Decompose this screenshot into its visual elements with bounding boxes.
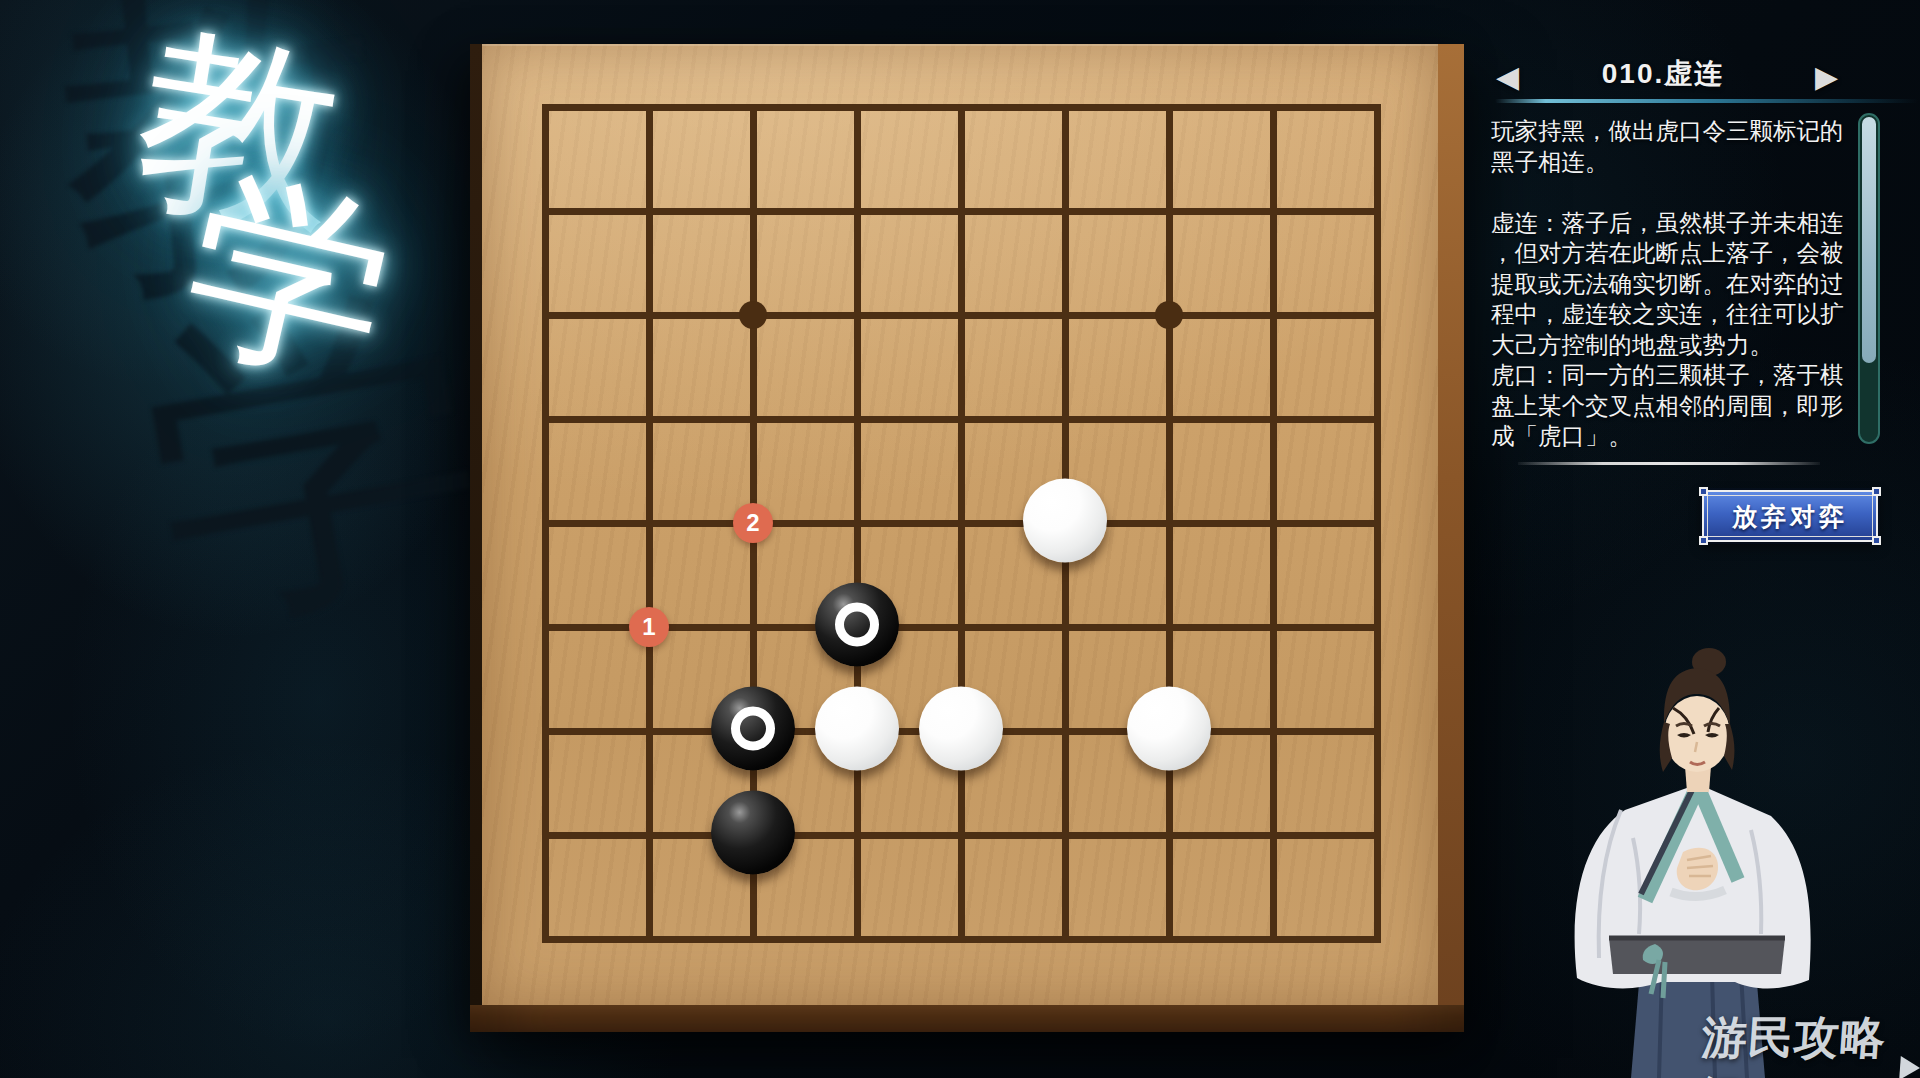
give-up-button-frame: 放弃对弈 <box>1707 495 1873 537</box>
board-square[interactable] <box>965 735 1069 839</box>
board-square[interactable] <box>1069 527 1173 631</box>
board-square[interactable] <box>1069 111 1173 215</box>
button-corner-ornament <box>1699 536 1708 545</box>
board-square[interactable] <box>1277 527 1381 631</box>
board-square[interactable] <box>1173 423 1277 527</box>
next-lesson-button[interactable]: ▶ <box>1815 62 1838 92</box>
board-square[interactable] <box>861 111 965 215</box>
board-face: 12 <box>482 44 1438 1005</box>
board-square[interactable] <box>1173 319 1277 423</box>
lesson-goal: 玩家持黑，做出虎口令三颗标记的黑子相连。 <box>1491 116 1853 177</box>
board-square[interactable] <box>757 111 861 215</box>
scrollbar-thumb[interactable] <box>1862 117 1876 363</box>
board-square[interactable] <box>965 839 1069 943</box>
board-square[interactable] <box>653 319 757 423</box>
board-square[interactable] <box>549 735 653 839</box>
board-square[interactable] <box>653 735 757 839</box>
board-square[interactable] <box>861 423 965 527</box>
panel-divider <box>1518 462 1820 465</box>
give-up-button[interactable]: 放弃对弈 <box>1702 490 1878 542</box>
board-square[interactable] <box>1277 735 1381 839</box>
board-square[interactable] <box>1069 735 1173 839</box>
board-square[interactable] <box>1069 423 1173 527</box>
board-square[interactable] <box>757 735 861 839</box>
go-board: 12 <box>470 44 1464 1032</box>
lesson-panel: ◀ 010.虚连 ▶ 玩家持黑，做出虎口令三颗标记的黑子相连。 虚连：落子后，虽… <box>1490 0 1920 620</box>
lesson-title: 010.虚连 <box>1515 55 1811 93</box>
board-square[interactable] <box>861 839 965 943</box>
board-square[interactable] <box>757 215 861 319</box>
board-square[interactable] <box>1277 111 1381 215</box>
board-square[interactable] <box>1069 319 1173 423</box>
lesson-text: 玩家持黑，做出虎口令三颗标记的黑子相连。 虚连：落子后，虽然棋子并未相连，但对方… <box>1491 116 1853 448</box>
title-underline <box>1495 99 1918 103</box>
board-square[interactable] <box>1069 215 1173 319</box>
board-square[interactable] <box>1173 215 1277 319</box>
lesson-paragraph: 虚连：落子后，虽然棋子并未相连，但对方若在此断点上落子，会被提取或无法确实切断。… <box>1491 208 1853 361</box>
give-up-button-label: 放弃对弈 <box>1732 500 1848 533</box>
board-square[interactable] <box>861 319 965 423</box>
board-square[interactable] <box>1277 839 1381 943</box>
watermark-arrow-icon <box>1899 1056 1920 1078</box>
board-square[interactable] <box>965 215 1069 319</box>
board-square[interactable] <box>757 631 861 735</box>
scrollbar-track[interactable] <box>1858 113 1880 444</box>
board-square[interactable] <box>1173 631 1277 735</box>
board-square[interactable] <box>1277 215 1381 319</box>
board-square[interactable] <box>1173 735 1277 839</box>
button-corner-ornament <box>1872 487 1881 496</box>
tutorial-calligraphy: 教 学 教 学 <box>0 0 460 760</box>
board-square[interactable] <box>1277 319 1381 423</box>
board-square[interactable] <box>861 527 965 631</box>
board-square[interactable] <box>653 631 757 735</box>
board-square[interactable] <box>653 527 757 631</box>
board-square[interactable] <box>549 319 653 423</box>
board-square[interactable] <box>653 111 757 215</box>
board-square[interactable] <box>1069 631 1173 735</box>
board-square[interactable] <box>757 319 861 423</box>
board-left-edge <box>470 44 482 1005</box>
watermark: 游民攻略组 <box>1696 1008 1920 1078</box>
board-square[interactable] <box>965 111 1069 215</box>
lesson-paragraph: 虎口：同一方的三颗棋子，落于棋盘上某个交叉点相邻的周围，即形成「虎口」。 <box>1491 360 1853 448</box>
board-square[interactable] <box>1277 631 1381 735</box>
board-square[interactable] <box>653 215 757 319</box>
watermark-text: 游民攻略组 <box>1696 1008 1896 1078</box>
board-front-edge <box>470 1005 1464 1032</box>
board-square[interactable] <box>1173 839 1277 943</box>
board-square[interactable] <box>549 839 653 943</box>
board-square[interactable] <box>757 839 861 943</box>
board-square[interactable] <box>549 423 653 527</box>
button-corner-ornament <box>1872 536 1881 545</box>
board-square[interactable] <box>549 631 653 735</box>
board-square[interactable] <box>1173 527 1277 631</box>
board-square[interactable] <box>549 215 653 319</box>
board-square[interactable] <box>965 319 1069 423</box>
board-square[interactable] <box>861 215 965 319</box>
board-square[interactable] <box>965 631 1069 735</box>
board-square[interactable] <box>549 527 653 631</box>
board-square[interactable] <box>549 111 653 215</box>
board-right-edge <box>1438 44 1464 1005</box>
button-corner-ornament <box>1699 487 1708 496</box>
board-grid[interactable] <box>542 104 1381 943</box>
board-square[interactable] <box>965 527 1069 631</box>
screen: 教 学 教 学 12 ◀ 010.虚连 ▶ 玩家持黑，做出虎口令三颗标记的黑子相… <box>0 0 1920 1078</box>
board-square[interactable] <box>757 423 861 527</box>
board-square[interactable] <box>861 735 965 839</box>
board-square[interactable] <box>1173 111 1277 215</box>
board-square[interactable] <box>653 839 757 943</box>
board-square[interactable] <box>653 423 757 527</box>
board-square[interactable] <box>757 527 861 631</box>
board-square[interactable] <box>1277 423 1381 527</box>
board-square[interactable] <box>965 423 1069 527</box>
board-square[interactable] <box>1069 839 1173 943</box>
board-square[interactable] <box>861 631 965 735</box>
